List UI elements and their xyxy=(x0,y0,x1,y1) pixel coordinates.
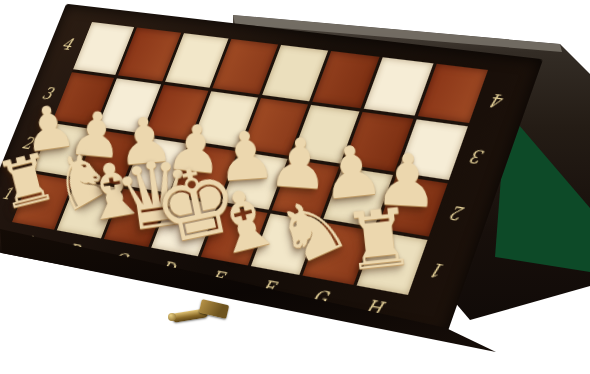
clasp-knob xyxy=(168,313,176,321)
brass-clasp-icon xyxy=(168,300,238,332)
product-photo-scene: 43214321ABCDEFGH ♟♟♟♟♟♟♟♟♜♞♝♛♚♝♞♜ xyxy=(0,0,590,374)
